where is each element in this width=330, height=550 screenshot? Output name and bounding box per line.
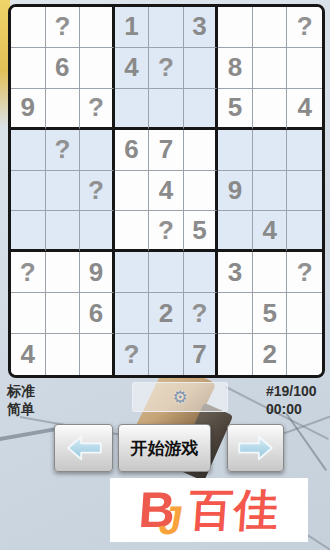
cell-r7c6[interactable] xyxy=(184,252,219,293)
cell-r3c8[interactable] xyxy=(253,89,288,130)
cell-r9c2[interactable] xyxy=(46,334,81,375)
cell-r9c9[interactable] xyxy=(287,334,322,375)
settings-button[interactable]: ⚙ xyxy=(132,382,228,412)
cell-r9c3[interactable] xyxy=(80,334,115,375)
cell-r4c5[interactable]: 7 xyxy=(149,130,184,171)
cell-r6c6[interactable]: 5 xyxy=(184,211,219,252)
next-puzzle-button[interactable] xyxy=(227,424,284,472)
cell-r4c8[interactable] xyxy=(253,130,288,171)
cell-r5c4[interactable] xyxy=(115,171,150,212)
cell-r7c1[interactable]: ? xyxy=(11,252,46,293)
cell-r1c9[interactable]: ? xyxy=(287,7,322,48)
cell-r3c7[interactable]: 5 xyxy=(218,89,253,130)
sudoku-board: ?13?64?89?54?67?49?54?93?62?54?72 xyxy=(8,4,325,378)
cell-r6c8[interactable]: 4 xyxy=(253,211,288,252)
cell-r9c7[interactable] xyxy=(218,334,253,375)
arrow-right-icon xyxy=(236,434,276,462)
cell-r9c4[interactable]: ? xyxy=(115,334,150,375)
cell-r6c5[interactable]: ? xyxy=(149,211,184,252)
cell-r5c8[interactable] xyxy=(253,171,288,212)
cell-r1c5[interactable] xyxy=(149,7,184,48)
cell-r1c8[interactable] xyxy=(253,7,288,48)
cell-r3c1[interactable]: 9 xyxy=(11,89,46,130)
difficulty-label: 简单 xyxy=(7,400,35,418)
cell-r2c2[interactable]: 6 xyxy=(46,48,81,89)
cell-r7c9[interactable]: ? xyxy=(287,252,322,293)
cell-r4c4[interactable]: 6 xyxy=(115,130,150,171)
cell-r1c4[interactable]: 1 xyxy=(115,7,150,48)
cell-r8c1[interactable] xyxy=(11,293,46,334)
mode-label: 标准 xyxy=(7,382,35,400)
cell-r2c1[interactable] xyxy=(11,48,46,89)
cell-r2c6[interactable] xyxy=(184,48,219,89)
status-left: 标准 简单 xyxy=(7,382,35,418)
cell-r3c9[interactable]: 4 xyxy=(287,89,322,130)
cell-r7c7[interactable]: 3 xyxy=(218,252,253,293)
cell-r8c3[interactable]: 6 xyxy=(80,293,115,334)
cell-r3c4[interactable] xyxy=(115,89,150,130)
cell-r5c3[interactable]: ? xyxy=(80,171,115,212)
cell-r7c8[interactable] xyxy=(253,252,288,293)
cell-r8c9[interactable] xyxy=(287,293,322,334)
cell-r2c8[interactable] xyxy=(253,48,288,89)
cell-r4c7[interactable] xyxy=(218,130,253,171)
cell-r6c4[interactable] xyxy=(115,211,150,252)
cell-r1c6[interactable]: 3 xyxy=(184,7,219,48)
cell-r5c7[interactable]: 9 xyxy=(218,171,253,212)
prev-puzzle-button[interactable] xyxy=(54,424,113,472)
cell-r3c2[interactable] xyxy=(46,89,81,130)
cell-r3c6[interactable] xyxy=(184,89,219,130)
cell-r1c1[interactable] xyxy=(11,7,46,48)
cell-r2c4[interactable]: 4 xyxy=(115,48,150,89)
cell-r5c5[interactable]: 4 xyxy=(149,171,184,212)
logo-name: 百佳 xyxy=(187,488,280,532)
cell-r8c2[interactable] xyxy=(46,293,81,334)
cell-r8c4[interactable] xyxy=(115,293,150,334)
cell-r3c5[interactable] xyxy=(149,89,184,130)
cell-r4c1[interactable] xyxy=(11,130,46,171)
start-game-button[interactable]: 开始游戏 xyxy=(118,424,211,472)
cell-r2c3[interactable] xyxy=(80,48,115,89)
cell-r4c6[interactable] xyxy=(184,130,219,171)
cell-r8c8[interactable]: 5 xyxy=(253,293,288,334)
cell-r1c7[interactable] xyxy=(218,7,253,48)
cell-r6c7[interactable] xyxy=(218,211,253,252)
cell-r5c9[interactable] xyxy=(287,171,322,212)
cell-r5c6[interactable] xyxy=(184,171,219,212)
puzzle-number: #19/100 xyxy=(266,382,317,400)
cell-r2c7[interactable]: 8 xyxy=(218,48,253,89)
cell-r7c3[interactable]: 9 xyxy=(80,252,115,293)
cell-r4c9[interactable] xyxy=(287,130,322,171)
cell-r6c2[interactable] xyxy=(46,211,81,252)
timer: 00:00 xyxy=(266,400,317,418)
cell-r9c5[interactable] xyxy=(149,334,184,375)
cell-r4c3[interactable] xyxy=(80,130,115,171)
cell-r1c2[interactable]: ? xyxy=(46,7,81,48)
cell-r8c5[interactable]: 2 xyxy=(149,293,184,334)
app-screen: ?13?64?89?54?67?49?54?93?62?54?72 标准 简单 … xyxy=(0,0,330,550)
background-rigging-line xyxy=(285,412,327,470)
arrow-left-icon xyxy=(64,434,104,462)
cell-r5c1[interactable] xyxy=(11,171,46,212)
cell-r2c5[interactable]: ? xyxy=(149,48,184,89)
cell-r6c9[interactable] xyxy=(287,211,322,252)
cell-r9c6[interactable]: 7 xyxy=(184,334,219,375)
cell-r6c1[interactable] xyxy=(11,211,46,252)
cell-r2c9[interactable] xyxy=(287,48,322,89)
cell-r7c5[interactable] xyxy=(149,252,184,293)
cell-r6c3[interactable] xyxy=(80,211,115,252)
cell-r5c2[interactable] xyxy=(46,171,81,212)
cell-r9c8[interactable]: 2 xyxy=(253,334,288,375)
cell-r4c2[interactable]: ? xyxy=(46,130,81,171)
cell-r9c1[interactable]: 4 xyxy=(11,334,46,375)
cell-r7c2[interactable] xyxy=(46,252,81,293)
ad-banner[interactable]: B J 百佳 xyxy=(110,478,308,542)
cell-r8c6[interactable]: ? xyxy=(184,293,219,334)
status-right: #19/100 00:00 xyxy=(266,382,317,418)
cell-r7c4[interactable] xyxy=(115,252,150,293)
cell-r1c3[interactable] xyxy=(80,7,115,48)
gear-icon: ⚙ xyxy=(172,389,187,406)
cell-r3c3[interactable]: ? xyxy=(80,89,115,130)
cell-r8c7[interactable] xyxy=(218,293,253,334)
